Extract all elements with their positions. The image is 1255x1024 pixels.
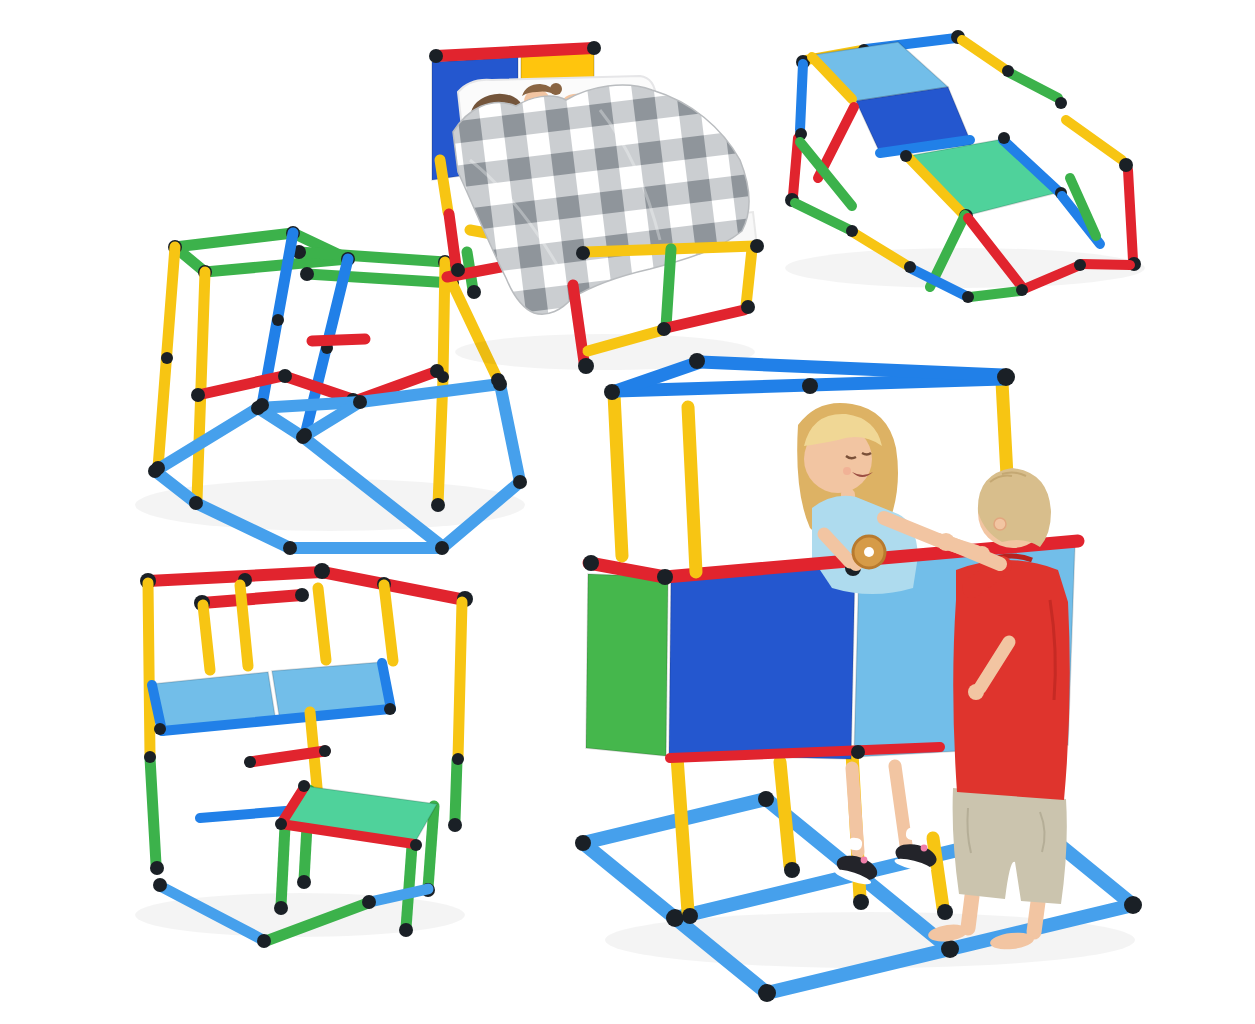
climbing-cube-configuration [785,30,1145,303]
playhouse-configuration [575,353,1142,1002]
product-photo [0,0,1255,1024]
boy-ear [994,518,1006,530]
girl-sneakers [834,827,939,887]
table-top-rails [140,563,473,611]
gym-top-rails [168,226,459,290]
playhouse-royalblue-panel [669,567,855,759]
product-photo-canvas [0,0,1255,1024]
playhouse-green-panel [586,574,668,756]
play-table-configuration [135,563,473,948]
plaid-blanket [453,85,749,314]
table-platform [152,662,396,735]
toddler-pigtail [550,83,562,95]
toddler-bed-configuration [429,41,764,374]
